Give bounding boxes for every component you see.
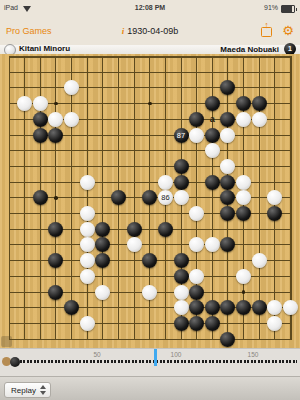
black-stone (174, 269, 189, 284)
star-point (148, 102, 152, 106)
grid-line (9, 72, 292, 73)
white-stone (236, 175, 251, 190)
black-stone (33, 112, 48, 127)
black-stone (142, 190, 157, 205)
black-stone (205, 300, 220, 315)
white-stone (189, 269, 204, 284)
white-stone (205, 143, 220, 158)
black-stone (205, 316, 220, 331)
popup-arrows-icon (40, 383, 46, 397)
black-stone (33, 190, 48, 205)
white-stone (64, 80, 79, 95)
black-stone (236, 96, 251, 111)
move-timeline[interactable]: 50100150 (0, 348, 300, 377)
black-stone (127, 222, 142, 237)
black-stone (252, 300, 267, 315)
black-stone (174, 159, 189, 174)
white-stone (189, 237, 204, 252)
share-icon[interactable]: ↑ (261, 24, 272, 37)
black-stone (95, 253, 110, 268)
replay-dropdown-button[interactable]: Replay (4, 382, 51, 398)
white-stone (205, 237, 220, 252)
black-stone (64, 300, 79, 315)
black-stone (205, 175, 220, 190)
white-stone (80, 316, 95, 331)
white-stone (189, 128, 204, 143)
white-stone (267, 316, 282, 331)
grid-line (9, 87, 292, 88)
black-stone (48, 285, 63, 300)
black-stone (189, 285, 204, 300)
white-stone (80, 175, 95, 190)
white-stone (236, 112, 251, 127)
black-stone (220, 300, 235, 315)
white-stone (252, 112, 267, 127)
black-stone (236, 206, 251, 221)
black-stone (48, 222, 63, 237)
status-clock: 12:08 PM (0, 4, 300, 11)
grid-line (9, 339, 292, 341)
white-stone (142, 285, 157, 300)
white-stone (236, 269, 251, 284)
black-stone (220, 190, 235, 205)
black-stone (189, 112, 204, 127)
white-stone (189, 206, 204, 221)
white-stone (80, 253, 95, 268)
black-stone (220, 332, 235, 347)
black-stone (174, 175, 189, 190)
black-stone (95, 222, 110, 237)
black-stone (220, 175, 235, 190)
black-stone (205, 96, 220, 111)
grid-line (9, 56, 292, 58)
white-stone (80, 222, 95, 237)
black-stone (205, 128, 220, 143)
black-stone (174, 253, 189, 268)
star-point (242, 290, 246, 294)
control-bar: Replay (0, 376, 300, 400)
black-stone (95, 237, 110, 252)
white-stone (267, 300, 282, 315)
white-stone (64, 112, 79, 127)
white-stone (220, 159, 235, 174)
game-title: i1930-04-09b (0, 26, 300, 36)
white-stone (80, 206, 95, 221)
battery-icon (281, 5, 295, 13)
black-stone (48, 253, 63, 268)
go-board[interactable]: 8786a (0, 54, 300, 348)
white-stone (48, 112, 63, 127)
black-stone (220, 206, 235, 221)
black-stone (220, 237, 235, 252)
game-title-text: 1930-04-09b (127, 26, 178, 36)
white-stone (80, 237, 95, 252)
grid-line (9, 323, 292, 324)
grid-line (9, 166, 292, 167)
timeline-tick-label: 100 (171, 351, 182, 358)
white-stone (17, 96, 32, 111)
black-stone (111, 190, 126, 205)
white-stone (236, 190, 251, 205)
black-stone (252, 96, 267, 111)
black-stone (142, 253, 157, 268)
white-stone (174, 300, 189, 315)
white-stone (174, 285, 189, 300)
black-stone (267, 206, 282, 221)
star-point (54, 196, 58, 200)
battery-percent: 91% (264, 4, 278, 11)
grid-line (9, 244, 292, 245)
white-stone (252, 253, 267, 268)
white-stone (174, 190, 189, 205)
black-stone-move-87: 87 (174, 128, 189, 143)
grid-line (9, 150, 292, 151)
black-stone (220, 112, 235, 127)
white-stone (80, 269, 95, 284)
black-stone (189, 300, 204, 315)
timeline-move-dots (20, 360, 297, 363)
white-stone (127, 237, 142, 252)
white-stone (158, 175, 173, 190)
black-stone (236, 300, 251, 315)
timeline-cursor[interactable] (154, 349, 157, 366)
white-stone (220, 128, 235, 143)
info-icon[interactable]: i (122, 26, 125, 36)
status-bar: iPad 12:08 PM 91% (0, 0, 300, 19)
timeline-first-move-marker (10, 357, 20, 367)
white-stone (95, 285, 110, 300)
black-stone (174, 316, 189, 331)
nav-bar: Pro Games i1930-04-09b ↑ ⚙ (0, 19, 300, 46)
black-player-name: Maeda Nobuaki (220, 45, 279, 54)
black-stone (48, 128, 63, 143)
white-stone (33, 96, 48, 111)
white-stone-move-86: 86 (158, 190, 173, 205)
black-stone (189, 316, 204, 331)
black-stone (33, 128, 48, 143)
gear-icon[interactable]: ⚙ (282, 23, 294, 39)
timeline-tick-label: 50 (93, 351, 100, 358)
white-stone (267, 190, 282, 205)
white-stone (283, 300, 298, 315)
black-stone (158, 222, 173, 237)
board-label-a: a (210, 114, 215, 124)
star-point (54, 102, 58, 106)
timeline-tick-label: 150 (248, 351, 259, 358)
black-stone (220, 80, 235, 95)
